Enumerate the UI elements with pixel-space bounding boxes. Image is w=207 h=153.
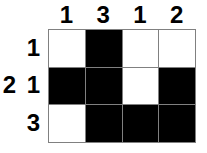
cell-r3c1[interactable] bbox=[49, 105, 85, 142]
cell-r3c3[interactable] bbox=[123, 105, 159, 142]
column-clue-2: 3 bbox=[85, 0, 122, 29]
column-clues: 1 3 1 2 bbox=[48, 0, 195, 29]
row-clue-3: 3 bbox=[0, 104, 44, 142]
cell-r3c2[interactable] bbox=[86, 105, 122, 142]
cell-r2c1[interactable] bbox=[49, 68, 85, 105]
cell-r3c4[interactable] bbox=[159, 105, 195, 142]
cell-r1c1[interactable] bbox=[49, 30, 85, 67]
cell-r1c4[interactable] bbox=[159, 30, 195, 67]
row-clues: 1 2 1 3 bbox=[0, 29, 44, 142]
column-clue-3: 1 bbox=[122, 0, 159, 29]
row-clue-1: 1 bbox=[0, 29, 44, 67]
column-clue-1: 1 bbox=[48, 0, 85, 29]
nonogram-puzzle: 1 3 1 2 1 2 1 3 bbox=[0, 0, 207, 153]
column-clue-4: 2 bbox=[158, 0, 195, 29]
cell-r2c2[interactable] bbox=[86, 68, 122, 105]
cell-r2c3[interactable] bbox=[123, 68, 159, 105]
cell-r1c2[interactable] bbox=[86, 30, 122, 67]
row-clue-2: 2 1 bbox=[0, 67, 44, 105]
cell-r1c3[interactable] bbox=[123, 30, 159, 67]
board bbox=[48, 29, 196, 143]
cell-r2c4[interactable] bbox=[159, 68, 195, 105]
